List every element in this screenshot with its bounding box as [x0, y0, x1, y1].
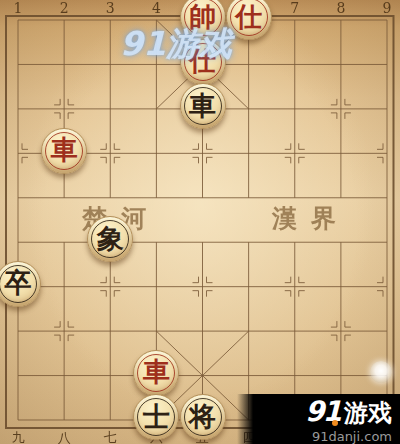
corner-watermark-site: 91danji.com: [312, 429, 392, 444]
piece-black-advisor[interactable]: 士: [133, 394, 179, 440]
piece-glyph: 卒: [5, 269, 32, 296]
piece-glyph: 象: [97, 225, 124, 252]
corner-watermark-logo: 91 游戏: [305, 395, 392, 429]
piece-glyph: 将: [189, 403, 216, 430]
piece-glyph: 仕: [235, 3, 262, 30]
piece-glyph: 帥: [189, 3, 216, 30]
piece-black-soldier[interactable]: 卒: [0, 261, 41, 307]
piece-glyph: 車: [189, 92, 216, 119]
watermark-91-logo: 91: [305, 395, 340, 428]
piece-red-general[interactable]: 帥: [180, 0, 226, 40]
glow-orb-icon[interactable]: [370, 361, 392, 383]
piece-black-chariot[interactable]: 車: [180, 83, 226, 129]
corner-watermark: 91 游戏 91danji.com: [237, 394, 400, 444]
piece-glyph: 仕: [189, 47, 216, 74]
piece-glyph: 士: [143, 403, 170, 430]
piece-red-advisor[interactable]: 仕: [226, 0, 272, 40]
piece-black-elephant[interactable]: 象: [87, 216, 133, 262]
piece-black-general[interactable]: 将: [180, 394, 226, 440]
pieces-grid[interactable]: 帥仕仕車車象卒車士将: [0, 0, 400, 443]
piece-red-chariot[interactable]: 車: [133, 350, 179, 396]
piece-glyph: 車: [51, 136, 78, 163]
xiangqi-app: 123456789 九八七六五四三二一 楚河 漢界 帥仕仕車車象卒車士将 91游…: [0, 0, 400, 444]
piece-red-advisor[interactable]: 仕: [180, 39, 226, 85]
piece-glyph: 車: [143, 358, 170, 385]
piece-red-chariot[interactable]: 車: [41, 128, 87, 174]
